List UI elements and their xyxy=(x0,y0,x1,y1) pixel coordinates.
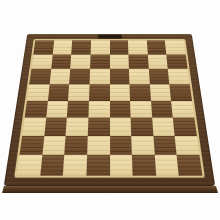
square-r2c3 xyxy=(70,54,90,69)
square-r4c5 xyxy=(110,84,131,100)
square-r1c6 xyxy=(128,40,148,54)
square-r8c7 xyxy=(155,155,180,175)
square-r7c8 xyxy=(175,136,199,155)
square-r8c4 xyxy=(86,155,109,175)
square-r6c5 xyxy=(110,118,132,136)
square-r1c7 xyxy=(147,40,167,54)
square-r7c7 xyxy=(153,136,177,155)
square-r7c4 xyxy=(87,136,110,155)
square-r1c4 xyxy=(90,40,109,54)
square-r6c4 xyxy=(88,118,110,136)
square-r8c5 xyxy=(110,155,133,175)
square-r6c2 xyxy=(44,118,67,136)
square-r5c2 xyxy=(46,101,68,118)
square-r6c3 xyxy=(66,118,88,136)
nameplate xyxy=(98,35,121,39)
square-r3c1 xyxy=(29,69,51,84)
square-r3c8 xyxy=(168,69,190,84)
board-grid xyxy=(17,40,203,175)
square-r2c7 xyxy=(148,54,169,69)
square-r4c8 xyxy=(170,84,192,100)
square-r5c5 xyxy=(110,101,131,118)
square-r6c1 xyxy=(22,118,46,136)
square-r2c6 xyxy=(129,54,149,69)
square-r7c1 xyxy=(19,136,43,155)
square-r7c3 xyxy=(64,136,87,155)
board-frame xyxy=(4,34,215,186)
square-r3c2 xyxy=(49,69,70,84)
square-r4c6 xyxy=(130,84,151,100)
square-r7c2 xyxy=(42,136,66,155)
square-r8c3 xyxy=(63,155,87,175)
square-r7c5 xyxy=(110,136,133,155)
square-r2c4 xyxy=(90,54,110,69)
square-r3c4 xyxy=(89,69,109,84)
square-r6c8 xyxy=(173,118,197,136)
square-r2c8 xyxy=(167,54,188,69)
square-r3c5 xyxy=(110,69,130,84)
square-r3c3 xyxy=(69,69,90,84)
square-r4c1 xyxy=(27,84,49,100)
square-r5c6 xyxy=(130,101,152,118)
square-r5c1 xyxy=(25,101,48,118)
square-r4c2 xyxy=(48,84,70,100)
square-r3c6 xyxy=(129,69,150,84)
square-r6c7 xyxy=(152,118,175,136)
square-r1c1 xyxy=(33,40,53,54)
square-r1c5 xyxy=(110,40,129,54)
square-r1c2 xyxy=(52,40,72,54)
square-r4c7 xyxy=(150,84,172,100)
square-r8c6 xyxy=(132,155,156,175)
chessboard xyxy=(4,34,215,186)
board-side-edge xyxy=(0,185,220,193)
square-r5c8 xyxy=(171,101,194,118)
square-r8c2 xyxy=(40,155,65,175)
square-r5c7 xyxy=(151,101,173,118)
inner-trim-border xyxy=(14,39,205,178)
square-r7c6 xyxy=(131,136,154,155)
square-r8c1 xyxy=(17,155,42,175)
square-r4c4 xyxy=(89,84,110,100)
square-r8c8 xyxy=(177,155,202,175)
square-r1c3 xyxy=(71,40,91,54)
square-r2c1 xyxy=(31,54,52,69)
square-r5c4 xyxy=(88,101,109,118)
square-r5c3 xyxy=(67,101,89,118)
square-r3c7 xyxy=(149,69,170,84)
square-r1c8 xyxy=(165,40,185,54)
photo-background xyxy=(0,0,220,220)
square-r4c3 xyxy=(68,84,89,100)
square-r6c6 xyxy=(131,118,153,136)
square-r2c5 xyxy=(110,54,130,69)
square-r2c2 xyxy=(51,54,72,69)
